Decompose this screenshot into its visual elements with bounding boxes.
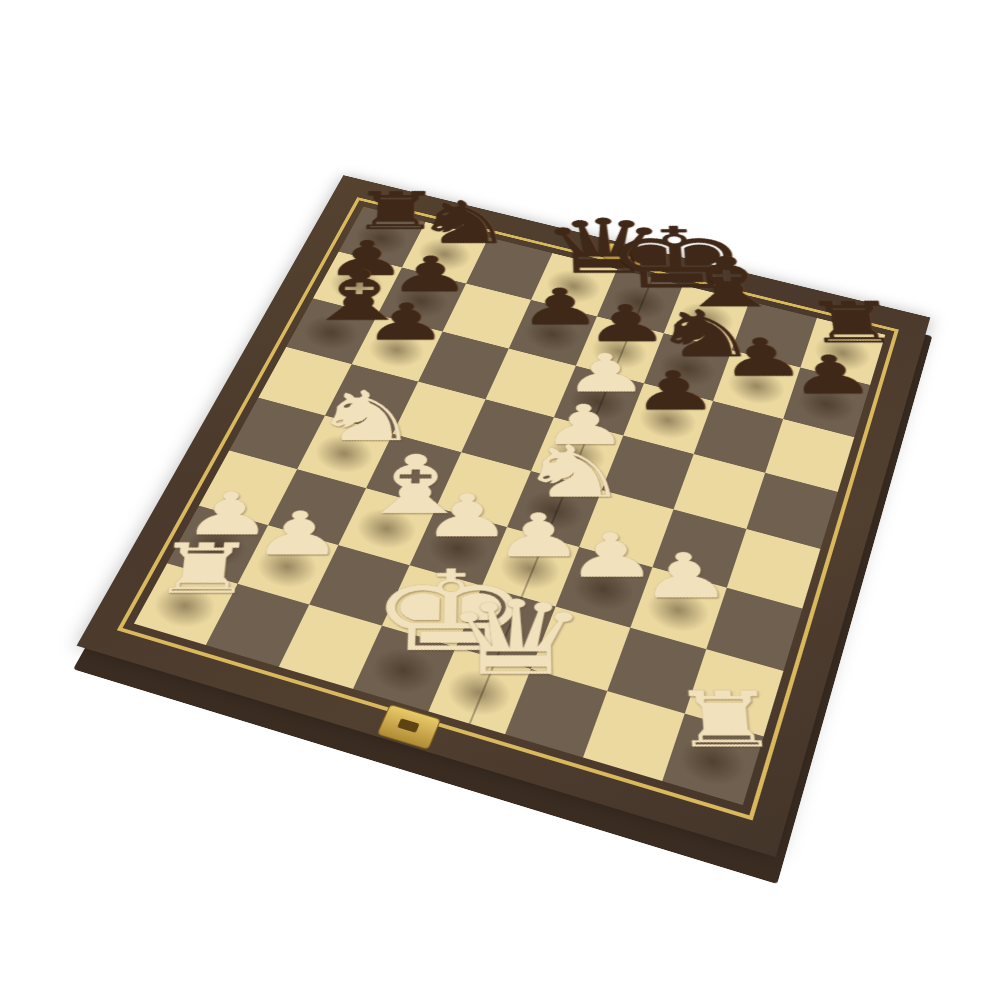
black-rook-glyph: ♜ — [801, 294, 879, 351]
white-knight-glyph: ♞ — [517, 436, 593, 508]
square-c1[interactable] — [279, 605, 382, 689]
square-h5[interactable] — [746, 473, 837, 549]
white-king-glyph: ♚ — [365, 556, 447, 668]
piece-white-king-d1[interactable]: ♚ — [368, 515, 504, 679]
black-pawn-glyph: ♟ — [717, 332, 793, 384]
piece-white-pawn-g3[interactable]: ♟ — [642, 518, 744, 618]
black-pawn-glyph: ♟ — [518, 282, 588, 332]
white-pawn-glyph: ♟ — [564, 525, 643, 586]
square-g1[interactable] — [583, 691, 685, 781]
clasp-slot — [397, 718, 419, 733]
white-queen-glyph: ♛ — [440, 587, 520, 690]
piece-shadow — [673, 730, 751, 792]
white-pawn-glyph: ♟ — [421, 487, 497, 546]
board-frame: ♜♞♛♚♝♜♟♟♟♟♞♟♟♝♟♟♟♟♞♞♝♟♟♟♟♟♟♜♚♛♜ — [77, 175, 931, 857]
square-g3[interactable] — [630, 567, 726, 649]
white-pawn-glyph: ♟ — [637, 545, 718, 607]
square-b1[interactable] — [206, 584, 309, 667]
square-e2[interactable] — [456, 586, 556, 669]
square-h1[interactable] — [662, 714, 763, 806]
white-pawn-glyph: ♟ — [250, 504, 331, 564]
black-knight-glyph: ♞ — [412, 194, 480, 253]
piece-shadow — [365, 641, 443, 699]
black-pawn-glyph: ♟ — [362, 297, 434, 348]
piece-white-rook-a1[interactable]: ♜ — [151, 505, 269, 614]
square-f1[interactable] — [505, 669, 607, 758]
square-h3[interactable] — [706, 588, 802, 671]
black-bishop-glyph: ♝ — [297, 261, 371, 331]
white-rook-glyph: ♜ — [667, 681, 754, 758]
piece-white-rook-h1[interactable]: ♜ — [674, 648, 784, 770]
black-pawn-glyph: ♟ — [785, 349, 863, 402]
square-h4[interactable] — [727, 529, 821, 609]
piece-shadow — [249, 540, 325, 594]
square-a1[interactable] — [134, 563, 238, 645]
chess-board: ♜♞♛♚♝♜♟♟♟♟♞♟♟♝♟♟♟♟♞♞♝♟♟♟♟♟♟♜♚♛♜ — [77, 175, 931, 857]
photo-stage: ♜♞♛♚♝♜♟♟♟♟♞♟♟♝♟♟♟♟♞♞♝♟♟♟♟♟♟♜♚♛♜ — [0, 0, 1000, 1000]
piece-shadow — [440, 663, 518, 722]
square-h2[interactable] — [685, 649, 784, 736]
black-pawn-glyph: ♟ — [629, 364, 704, 418]
piece-shadow — [641, 582, 715, 638]
square-e1[interactable] — [428, 647, 531, 734]
white-bishop-glyph: ♝ — [350, 445, 428, 526]
black-queen-glyph: ♛ — [539, 209, 609, 284]
white-rook-glyph: ♜ — [147, 534, 232, 603]
square-d1[interactable] — [353, 626, 456, 712]
square-g2[interactable] — [607, 628, 706, 714]
square-f2[interactable] — [531, 607, 630, 691]
piece-shadow — [146, 578, 224, 634]
black-knight-glyph: ♞ — [649, 302, 724, 367]
black-rook-glyph: ♜ — [349, 185, 418, 237]
square-g4[interactable] — [652, 509, 746, 587]
black-king-glyph: ♚ — [602, 216, 675, 300]
